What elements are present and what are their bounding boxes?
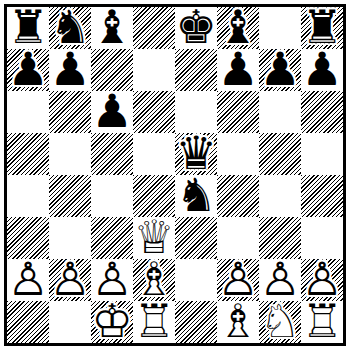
white-knight-icon: ♘ <box>259 301 300 343</box>
square-c2[interactable]: ♟♙ <box>91 259 133 301</box>
white-queen-icon: ♕ <box>133 217 174 259</box>
square-c5[interactable] <box>91 133 133 175</box>
piece-black-knight[interactable]: ♞♞ <box>175 175 217 217</box>
square-e8[interactable]: ♚♚ <box>175 7 217 49</box>
square-b8[interactable]: ♞♞ <box>49 7 91 49</box>
piece-white-bishop[interactable]: ♝♗ <box>133 259 175 301</box>
white-king-icon: ♔ <box>91 301 132 343</box>
square-a5[interactable] <box>7 133 49 175</box>
square-g8[interactable] <box>259 7 301 49</box>
square-c7[interactable] <box>91 49 133 91</box>
square-c1[interactable]: ♚♔ <box>91 301 133 343</box>
square-a7[interactable]: ♟♟ <box>7 49 49 91</box>
black-pawn-icon: ♟ <box>301 49 342 91</box>
square-c8[interactable]: ♝♝ <box>91 7 133 49</box>
white-pawn-icon: ♙ <box>217 259 258 301</box>
square-h3[interactable] <box>301 217 343 259</box>
white-pawn-icon: ♙ <box>259 259 300 301</box>
piece-white-pawn[interactable]: ♟♙ <box>91 259 133 301</box>
square-h7[interactable]: ♟♟ <box>301 49 343 91</box>
square-f6[interactable] <box>217 91 259 133</box>
square-g4[interactable] <box>259 175 301 217</box>
board-frame: ♜♜♞♞♝♝♚♚♝♝♜♜♟♟♟♟♟♟♟♟♟♟♟♟♛♛♞♞♛♕♟♙♟♙♟♙♝♗♟♙… <box>4 4 346 346</box>
square-d1[interactable]: ♜♖ <box>133 301 175 343</box>
piece-white-knight[interactable]: ♞♘ <box>259 301 301 343</box>
black-queen-icon: ♛ <box>175 133 216 175</box>
piece-white-rook[interactable]: ♜♖ <box>133 301 175 343</box>
square-e7[interactable] <box>175 49 217 91</box>
square-d5[interactable] <box>133 133 175 175</box>
piece-black-pawn[interactable]: ♟♟ <box>7 49 49 91</box>
piece-white-pawn[interactable]: ♟♙ <box>7 259 49 301</box>
white-rook-icon: ♖ <box>133 301 174 343</box>
square-g3[interactable] <box>259 217 301 259</box>
piece-black-pawn[interactable]: ♟♟ <box>217 49 259 91</box>
square-f2[interactable]: ♟♙ <box>217 259 259 301</box>
square-e6[interactable] <box>175 91 217 133</box>
piece-white-pawn[interactable]: ♟♙ <box>217 259 259 301</box>
piece-black-pawn[interactable]: ♟♟ <box>301 49 343 91</box>
piece-black-king[interactable]: ♚♚ <box>175 7 217 49</box>
piece-black-knight[interactable]: ♞♞ <box>49 7 91 49</box>
piece-black-rook[interactable]: ♜♜ <box>7 7 49 49</box>
piece-black-pawn[interactable]: ♟♟ <box>91 91 133 133</box>
square-b5[interactable] <box>49 133 91 175</box>
black-pawn-icon: ♟ <box>91 91 132 133</box>
square-h2[interactable]: ♟♙ <box>301 259 343 301</box>
square-f1[interactable]: ♝♗ <box>217 301 259 343</box>
piece-white-king[interactable]: ♚♔ <box>91 301 133 343</box>
square-h1[interactable]: ♜♖ <box>301 301 343 343</box>
square-c4[interactable] <box>91 175 133 217</box>
square-a8[interactable]: ♜♜ <box>7 7 49 49</box>
black-pawn-icon: ♟ <box>7 49 48 91</box>
piece-black-queen[interactable]: ♛♛ <box>175 133 217 175</box>
piece-black-pawn[interactable]: ♟♟ <box>259 49 301 91</box>
black-rook-icon: ♜ <box>7 7 48 49</box>
white-rook-icon: ♖ <box>301 301 342 343</box>
square-g7[interactable]: ♟♟ <box>259 49 301 91</box>
black-bishop-icon: ♝ <box>217 7 258 49</box>
square-a6[interactable] <box>7 91 49 133</box>
square-d8[interactable] <box>133 7 175 49</box>
square-b3[interactable] <box>49 217 91 259</box>
black-pawn-icon: ♟ <box>49 49 90 91</box>
black-pawn-icon: ♟ <box>259 49 300 91</box>
piece-white-bishop[interactable]: ♝♗ <box>217 301 259 343</box>
square-e5[interactable]: ♛♛ <box>175 133 217 175</box>
square-b6[interactable] <box>49 91 91 133</box>
square-b1[interactable] <box>49 301 91 343</box>
square-d3[interactable]: ♛♕ <box>133 217 175 259</box>
square-g1[interactable]: ♞♘ <box>259 301 301 343</box>
square-f8[interactable]: ♝♝ <box>217 7 259 49</box>
square-f5[interactable] <box>217 133 259 175</box>
black-pawn-icon: ♟ <box>217 49 258 91</box>
black-rook-icon: ♜ <box>301 7 342 49</box>
square-d6[interactable] <box>133 91 175 133</box>
square-g5[interactable] <box>259 133 301 175</box>
square-a2[interactable]: ♟♙ <box>7 259 49 301</box>
square-b4[interactable] <box>49 175 91 217</box>
black-knight-icon: ♞ <box>175 175 216 217</box>
piece-white-pawn[interactable]: ♟♙ <box>259 259 301 301</box>
square-b7[interactable]: ♟♟ <box>49 49 91 91</box>
square-d2[interactable]: ♝♗ <box>133 259 175 301</box>
white-pawn-icon: ♙ <box>91 259 132 301</box>
square-h4[interactable] <box>301 175 343 217</box>
square-e2[interactable] <box>175 259 217 301</box>
square-a3[interactable] <box>7 217 49 259</box>
black-king-icon: ♚ <box>175 7 216 49</box>
square-g6[interactable] <box>259 91 301 133</box>
square-h5[interactable] <box>301 133 343 175</box>
piece-white-pawn[interactable]: ♟♙ <box>49 259 91 301</box>
square-c3[interactable] <box>91 217 133 259</box>
square-d7[interactable] <box>133 49 175 91</box>
piece-white-pawn[interactable]: ♟♙ <box>301 259 343 301</box>
square-a1[interactable] <box>7 301 49 343</box>
piece-black-bishop[interactable]: ♝♝ <box>91 7 133 49</box>
black-knight-icon: ♞ <box>49 7 90 49</box>
piece-white-queen[interactable]: ♛♕ <box>133 217 175 259</box>
square-g2[interactable]: ♟♙ <box>259 259 301 301</box>
square-h6[interactable] <box>301 91 343 133</box>
square-e1[interactable] <box>175 301 217 343</box>
piece-black-rook[interactable]: ♜♜ <box>301 7 343 49</box>
square-c6[interactable]: ♟♟ <box>91 91 133 133</box>
square-e3[interactable] <box>175 217 217 259</box>
white-pawn-icon: ♙ <box>7 259 48 301</box>
square-f7[interactable]: ♟♟ <box>217 49 259 91</box>
square-h8[interactable]: ♜♜ <box>301 7 343 49</box>
piece-white-rook[interactable]: ♜♖ <box>301 301 343 343</box>
chess-diagram: ♜♜♞♞♝♝♚♚♝♝♜♜♟♟♟♟♟♟♟♟♟♟♟♟♛♛♞♞♛♕♟♙♟♙♟♙♝♗♟♙… <box>0 0 350 350</box>
chess-board: ♜♜♞♞♝♝♚♚♝♝♜♜♟♟♟♟♟♟♟♟♟♟♟♟♛♛♞♞♛♕♟♙♟♙♟♙♝♗♟♙… <box>7 7 343 343</box>
white-bishop-icon: ♗ <box>217 301 258 343</box>
piece-black-pawn[interactable]: ♟♟ <box>49 49 91 91</box>
square-f3[interactable] <box>217 217 259 259</box>
square-e4[interactable]: ♞♞ <box>175 175 217 217</box>
square-a4[interactable] <box>7 175 49 217</box>
square-d4[interactable] <box>133 175 175 217</box>
square-b2[interactable]: ♟♙ <box>49 259 91 301</box>
white-pawn-icon: ♙ <box>49 259 90 301</box>
piece-black-bishop[interactable]: ♝♝ <box>217 7 259 49</box>
square-f4[interactable] <box>217 175 259 217</box>
white-pawn-icon: ♙ <box>301 259 342 301</box>
black-bishop-icon: ♝ <box>91 7 132 49</box>
white-bishop-icon: ♗ <box>133 259 174 301</box>
